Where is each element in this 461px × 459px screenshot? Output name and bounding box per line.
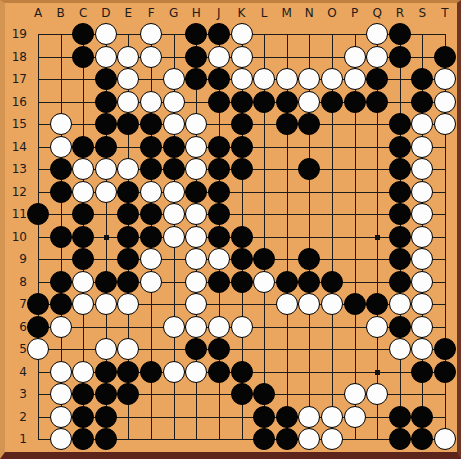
stone-white[interactable]: [411, 181, 433, 203]
stone-black[interactable]: [72, 46, 94, 68]
stone-white[interactable]: [117, 91, 139, 113]
stone-black[interactable]: [72, 406, 94, 428]
stone-black[interactable]: [50, 158, 72, 180]
stone-white[interactable]: [389, 293, 411, 315]
grid-line-horizontal: [38, 214, 446, 215]
row-label: 10: [11, 231, 27, 243]
stone-white[interactable]: [185, 361, 207, 383]
col-label: D: [99, 7, 113, 19]
stone-black[interactable]: [95, 136, 117, 158]
stone-black[interactable]: [231, 271, 253, 293]
stone-black[interactable]: [276, 428, 298, 450]
stone-black[interactable]: [231, 113, 253, 135]
stone-white[interactable]: [50, 136, 72, 158]
stone-white[interactable]: [411, 248, 433, 270]
stone-black[interactable]: [276, 271, 298, 293]
stone-black[interactable]: [276, 91, 298, 113]
stone-white[interactable]: [231, 46, 253, 68]
stone-black[interactable]: [208, 203, 230, 225]
stone-black[interactable]: [208, 91, 230, 113]
stone-black[interactable]: [185, 23, 207, 45]
stone-black[interactable]: [185, 68, 207, 90]
stone-white[interactable]: [231, 316, 253, 338]
col-label: O: [325, 7, 339, 19]
stone-black[interactable]: [95, 91, 117, 113]
stone-black[interactable]: [411, 361, 433, 383]
stone-black[interactable]: [208, 361, 230, 383]
stone-black[interactable]: [411, 406, 433, 428]
stone-white[interactable]: [117, 46, 139, 68]
stone-white[interactable]: [163, 113, 185, 135]
stone-black[interactable]: [208, 338, 230, 360]
stone-white[interactable]: [366, 46, 388, 68]
stone-black[interactable]: [231, 361, 253, 383]
row-label: 6: [11, 321, 27, 333]
stone-black[interactable]: [253, 248, 275, 270]
stone-black[interactable]: [27, 293, 49, 315]
stone-white[interactable]: [366, 383, 388, 405]
stone-black[interactable]: [95, 271, 117, 293]
stone-black[interactable]: [208, 158, 230, 180]
stone-black[interactable]: [163, 158, 185, 180]
star-point: [375, 235, 380, 240]
stone-white[interactable]: [434, 113, 456, 135]
stone-black[interactable]: [231, 158, 253, 180]
stone-white[interactable]: [95, 181, 117, 203]
row-label: 19: [11, 28, 27, 40]
stone-black[interactable]: [253, 428, 275, 450]
stone-white[interactable]: [95, 46, 117, 68]
stone-white[interactable]: [95, 338, 117, 360]
stone-white[interactable]: [185, 226, 207, 248]
col-label: L: [257, 7, 271, 19]
stone-white[interactable]: [411, 136, 433, 158]
stone-black[interactable]: [117, 248, 139, 270]
col-label: K: [235, 7, 249, 19]
stone-black[interactable]: [95, 361, 117, 383]
stone-black[interactable]: [298, 248, 320, 270]
stone-white[interactable]: [344, 68, 366, 90]
stone-white[interactable]: [411, 338, 433, 360]
stone-white[interactable]: [163, 226, 185, 248]
row-label: 9: [11, 253, 27, 265]
stone-black[interactable]: [321, 91, 343, 113]
stone-white[interactable]: [72, 293, 94, 315]
col-label: T: [438, 7, 452, 19]
stone-white[interactable]: [366, 316, 388, 338]
stone-black[interactable]: [95, 68, 117, 90]
stone-black[interactable]: [50, 226, 72, 248]
stone-white[interactable]: [231, 23, 253, 45]
col-label: H: [189, 7, 203, 19]
stone-black[interactable]: [208, 181, 230, 203]
stone-white[interactable]: [72, 361, 94, 383]
stone-black[interactable]: [389, 203, 411, 225]
row-label: 17: [11, 73, 27, 85]
row-label: 5: [11, 343, 27, 355]
stone-black[interactable]: [72, 383, 94, 405]
stone-white[interactable]: [411, 293, 433, 315]
stone-black[interactable]: [72, 226, 94, 248]
stone-black[interactable]: [276, 406, 298, 428]
stone-black[interactable]: [117, 361, 139, 383]
stone-white[interactable]: [321, 406, 343, 428]
stone-white[interactable]: [321, 68, 343, 90]
stone-white[interactable]: [163, 316, 185, 338]
stone-white[interactable]: [185, 158, 207, 180]
stone-white[interactable]: [208, 248, 230, 270]
stone-white[interactable]: [298, 68, 320, 90]
stone-black[interactable]: [208, 68, 230, 90]
stone-white[interactable]: [344, 46, 366, 68]
stone-black[interactable]: [389, 181, 411, 203]
stone-black[interactable]: [208, 226, 230, 248]
stone-black[interactable]: [185, 181, 207, 203]
col-label: Q: [370, 7, 384, 19]
stone-white[interactable]: [72, 271, 94, 293]
stone-black[interactable]: [231, 248, 253, 270]
stone-white[interactable]: [344, 383, 366, 405]
row-label: 16: [11, 96, 27, 108]
stone-white[interactable]: [298, 91, 320, 113]
stone-white[interactable]: [163, 361, 185, 383]
stone-black[interactable]: [366, 68, 388, 90]
stone-white[interactable]: [411, 271, 433, 293]
stone-black[interactable]: [140, 113, 162, 135]
stone-black[interactable]: [140, 361, 162, 383]
row-label: 11: [11, 208, 27, 220]
stone-black[interactable]: [298, 271, 320, 293]
stone-white[interactable]: [298, 406, 320, 428]
row-label: 13: [11, 163, 27, 175]
stone-black[interactable]: [163, 136, 185, 158]
stone-black[interactable]: [72, 136, 94, 158]
stone-black[interactable]: [434, 361, 456, 383]
stone-black[interactable]: [50, 271, 72, 293]
stone-black[interactable]: [72, 248, 94, 270]
stone-black[interactable]: [253, 406, 275, 428]
stone-white[interactable]: [208, 316, 230, 338]
stone-black[interactable]: [231, 136, 253, 158]
stone-black[interactable]: [117, 383, 139, 405]
col-label: F: [144, 7, 158, 19]
stone-white[interactable]: [95, 158, 117, 180]
stone-white[interactable]: [95, 23, 117, 45]
stone-white[interactable]: [140, 181, 162, 203]
stone-white[interactable]: [185, 113, 207, 135]
stone-white[interactable]: [140, 46, 162, 68]
col-label: G: [167, 7, 181, 19]
stone-white[interactable]: [208, 46, 230, 68]
stone-white[interactable]: [185, 316, 207, 338]
col-label: A: [31, 7, 45, 19]
stone-black[interactable]: [185, 338, 207, 360]
stone-black[interactable]: [389, 226, 411, 248]
stone-black[interactable]: [389, 428, 411, 450]
row-label: 7: [11, 298, 27, 310]
stone-white[interactable]: [434, 428, 456, 450]
stone-black[interactable]: [389, 113, 411, 135]
row-label: 3: [11, 388, 27, 400]
stone-white[interactable]: [50, 316, 72, 338]
stone-white[interactable]: [95, 293, 117, 315]
go-board[interactable]: ABCDEFGHJKLMNOPQRST191817161514131211109…: [5, 3, 457, 452]
stone-white[interactable]: [140, 91, 162, 113]
stone-black[interactable]: [344, 91, 366, 113]
stone-black[interactable]: [321, 271, 343, 293]
row-label: 14: [11, 141, 27, 153]
stone-white[interactable]: [185, 203, 207, 225]
stone-white[interactable]: [72, 158, 94, 180]
stone-black[interactable]: [434, 46, 456, 68]
stone-white[interactable]: [276, 293, 298, 315]
stone-black[interactable]: [140, 203, 162, 225]
col-label: P: [348, 7, 362, 19]
stone-black[interactable]: [253, 383, 275, 405]
stone-black[interactable]: [140, 136, 162, 158]
col-label: S: [415, 7, 429, 19]
stone-white[interactable]: [185, 271, 207, 293]
stone-white[interactable]: [231, 68, 253, 90]
stone-black[interactable]: [208, 271, 230, 293]
col-label: C: [76, 7, 90, 19]
stone-black[interactable]: [434, 338, 456, 360]
stone-black[interactable]: [95, 113, 117, 135]
col-label: B: [54, 7, 68, 19]
stone-black[interactable]: [140, 226, 162, 248]
stone-white[interactable]: [411, 158, 433, 180]
stone-black[interactable]: [231, 226, 253, 248]
stone-black[interactable]: [366, 91, 388, 113]
stone-white[interactable]: [185, 248, 207, 270]
stone-black[interactable]: [389, 46, 411, 68]
stone-white[interactable]: [411, 316, 433, 338]
stone-black[interactable]: [95, 383, 117, 405]
stone-white[interactable]: [276, 68, 298, 90]
stone-black[interactable]: [72, 23, 94, 45]
stone-white[interactable]: [163, 181, 185, 203]
stone-white[interactable]: [411, 113, 433, 135]
stone-black[interactable]: [298, 113, 320, 135]
stone-white[interactable]: [411, 203, 433, 225]
stone-black[interactable]: [389, 248, 411, 270]
stone-black[interactable]: [389, 136, 411, 158]
stone-white[interactable]: [298, 428, 320, 450]
stone-black[interactable]: [208, 136, 230, 158]
stone-white[interactable]: [321, 293, 343, 315]
stone-black[interactable]: [117, 203, 139, 225]
stone-white[interactable]: [50, 361, 72, 383]
stone-white[interactable]: [27, 338, 49, 360]
stone-black[interactable]: [298, 158, 320, 180]
stone-white[interactable]: [389, 338, 411, 360]
stone-white[interactable]: [411, 226, 433, 248]
stone-black[interactable]: [344, 293, 366, 315]
stone-black[interactable]: [231, 91, 253, 113]
stone-black[interactable]: [27, 203, 49, 225]
stone-white[interactable]: [366, 23, 388, 45]
stone-white[interactable]: [117, 68, 139, 90]
stone-black[interactable]: [117, 271, 139, 293]
stone-white[interactable]: [298, 293, 320, 315]
stone-black[interactable]: [389, 271, 411, 293]
stone-black[interactable]: [389, 23, 411, 45]
stone-black[interactable]: [411, 428, 433, 450]
stone-black[interactable]: [389, 316, 411, 338]
stone-black[interactable]: [389, 406, 411, 428]
stone-white[interactable]: [50, 383, 72, 405]
col-label: R: [393, 7, 407, 19]
row-label: 15: [11, 118, 27, 130]
stone-white[interactable]: [117, 293, 139, 315]
stone-black[interactable]: [253, 91, 275, 113]
stone-black[interactable]: [50, 293, 72, 315]
stone-black[interactable]: [389, 158, 411, 180]
stone-black[interactable]: [140, 158, 162, 180]
col-label: E: [121, 7, 135, 19]
stone-black[interactable]: [72, 203, 94, 225]
row-label: 4: [11, 366, 27, 378]
stone-black[interactable]: [95, 406, 117, 428]
stone-white[interactable]: [140, 271, 162, 293]
col-label: M: [280, 7, 294, 19]
row-label: 1: [11, 433, 27, 445]
stone-white[interactable]: [50, 406, 72, 428]
stone-white[interactable]: [140, 248, 162, 270]
stone-black[interactable]: [208, 23, 230, 45]
stone-black[interactable]: [117, 226, 139, 248]
row-label: 2: [11, 411, 27, 423]
stone-black[interactable]: [231, 383, 253, 405]
stone-black[interactable]: [411, 91, 433, 113]
row-label: 18: [11, 51, 27, 63]
stone-black[interactable]: [72, 428, 94, 450]
stone-white[interactable]: [253, 68, 275, 90]
stone-white[interactable]: [117, 158, 139, 180]
stone-white[interactable]: [117, 338, 139, 360]
star-point: [375, 370, 380, 375]
stone-black[interactable]: [95, 428, 117, 450]
go-board-frame: ABCDEFGHJKLMNOPQRST191817161514131211109…: [0, 0, 461, 459]
stone-black[interactable]: [117, 113, 139, 135]
stone-white[interactable]: [72, 181, 94, 203]
stone-white[interactable]: [185, 136, 207, 158]
stone-white[interactable]: [321, 428, 343, 450]
stone-white[interactable]: [163, 91, 185, 113]
stone-white[interactable]: [185, 293, 207, 315]
stone-white[interactable]: [163, 68, 185, 90]
col-label: J: [212, 7, 226, 19]
stone-white[interactable]: [253, 271, 275, 293]
col-label: N: [302, 7, 316, 19]
stone-white[interactable]: [50, 428, 72, 450]
stone-white[interactable]: [50, 113, 72, 135]
star-point: [104, 235, 109, 240]
stone-white[interactable]: [163, 203, 185, 225]
stone-black[interactable]: [276, 113, 298, 135]
stone-black[interactable]: [50, 181, 72, 203]
stone-white[interactable]: [140, 23, 162, 45]
stone-black[interactable]: [366, 293, 388, 315]
stone-black[interactable]: [411, 68, 433, 90]
stone-white[interactable]: [434, 91, 456, 113]
stone-black[interactable]: [117, 181, 139, 203]
stone-black[interactable]: [185, 46, 207, 68]
stone-black[interactable]: [27, 316, 49, 338]
stone-white[interactable]: [344, 406, 366, 428]
row-label: 8: [11, 276, 27, 288]
stone-white[interactable]: [434, 68, 456, 90]
row-label: 12: [11, 186, 27, 198]
